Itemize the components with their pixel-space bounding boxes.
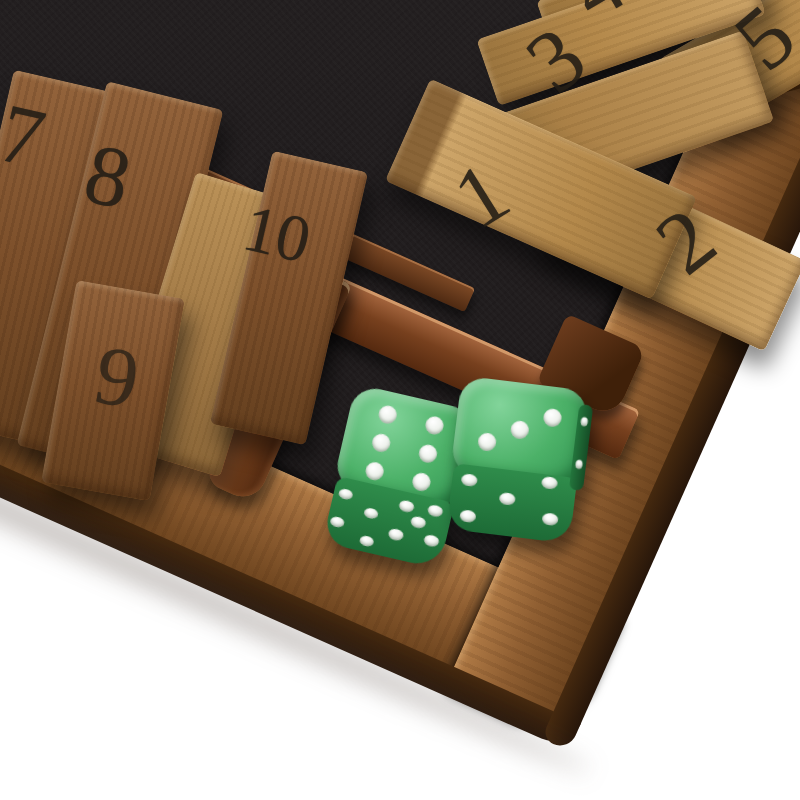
die-pip xyxy=(329,515,345,528)
die-pip xyxy=(510,420,530,440)
die-pip xyxy=(427,504,444,518)
die-pip xyxy=(499,492,516,506)
shut-the-box-photo: 7 8 10 9 1 2 3 4 5 xyxy=(0,0,800,800)
die-pip xyxy=(364,461,386,483)
die-pip xyxy=(459,510,476,524)
die-pip xyxy=(371,432,393,454)
die-pip xyxy=(417,443,439,465)
die-pip xyxy=(359,535,375,548)
die-pip xyxy=(377,404,399,426)
die-pip xyxy=(541,476,558,490)
die-pip xyxy=(410,471,432,493)
die-pip xyxy=(422,534,439,548)
die-pip xyxy=(399,499,416,513)
die-pip xyxy=(409,515,426,529)
die-pip xyxy=(477,432,497,452)
die-right[interactable] xyxy=(443,375,595,546)
die-pip xyxy=(423,414,445,436)
die-pip xyxy=(575,460,583,470)
die-pip xyxy=(387,527,404,541)
die-right-front-face xyxy=(446,463,577,544)
die-pip xyxy=(363,506,379,519)
die-pip xyxy=(542,408,562,428)
die-pip xyxy=(541,512,558,526)
die-pip xyxy=(338,488,354,501)
die-pip xyxy=(461,473,478,487)
die-pip xyxy=(580,417,588,427)
